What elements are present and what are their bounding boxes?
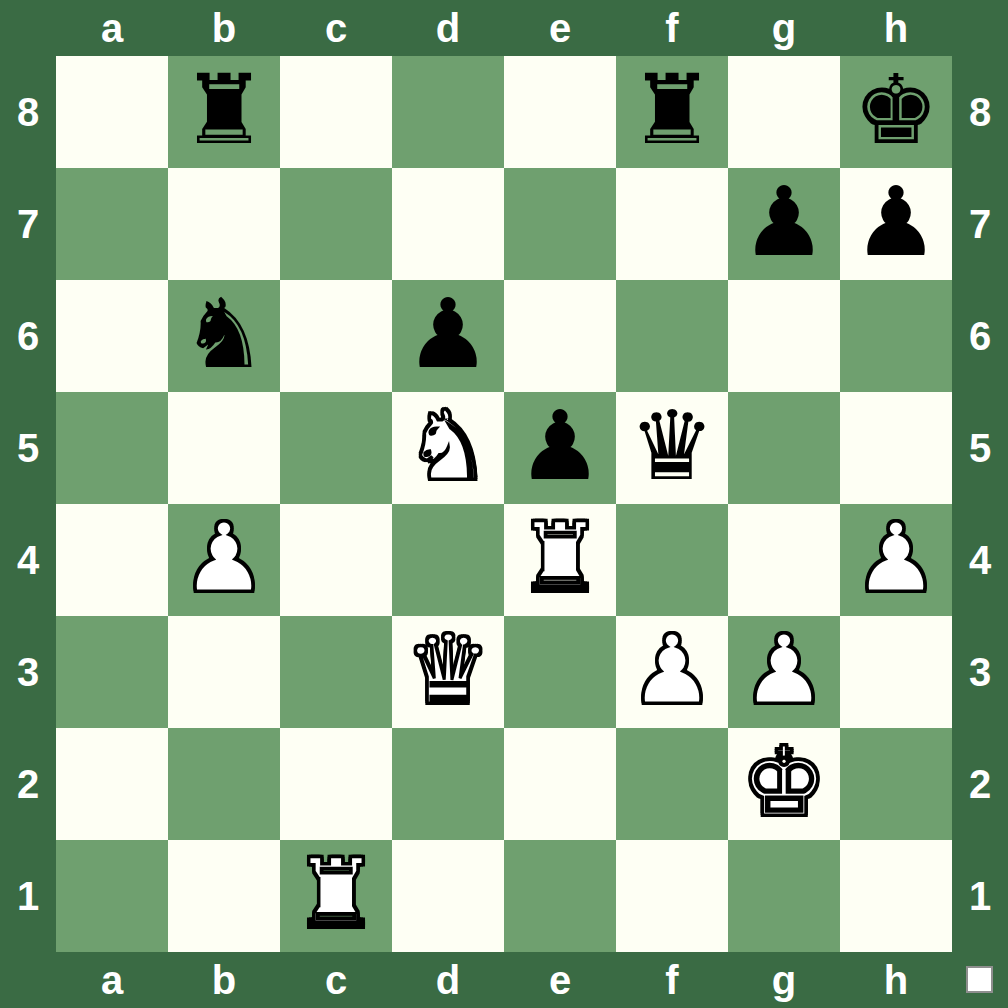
piece-white-rook[interactable]: ♜ [517,510,603,606]
rank-label-3: 3 [0,616,56,728]
square-d2[interactable] [392,728,504,840]
file-label-h: h [840,0,952,56]
piece-white-pawn[interactable]: ♟ [853,510,939,606]
square-h6[interactable] [840,280,952,392]
square-h8[interactable]: ♚ [840,56,952,168]
square-b2[interactable] [168,728,280,840]
file-label-f: f [616,952,728,1008]
square-g2[interactable]: ♚ [728,728,840,840]
side-to-move-indicator [966,966,993,993]
rank-label-5: 5 [0,392,56,504]
square-e8[interactable] [504,56,616,168]
square-d1[interactable] [392,840,504,952]
square-h2[interactable] [840,728,952,840]
square-a2[interactable] [56,728,168,840]
square-h4[interactable]: ♟ [840,504,952,616]
piece-black-pawn[interactable]: ♟ [853,174,939,270]
rank-label-4: 4 [952,504,1008,616]
square-a8[interactable] [56,56,168,168]
square-a5[interactable] [56,392,168,504]
square-a4[interactable] [56,504,168,616]
rank-label-8: 8 [952,56,1008,168]
piece-white-pawn[interactable]: ♟ [629,622,715,718]
square-b5[interactable] [168,392,280,504]
square-e5[interactable]: ♟ [504,392,616,504]
square-f7[interactable] [616,168,728,280]
square-g5[interactable] [728,392,840,504]
square-b1[interactable] [168,840,280,952]
file-label-a: a [56,952,168,1008]
square-e6[interactable] [504,280,616,392]
file-label-e: e [504,952,616,1008]
square-g6[interactable] [728,280,840,392]
square-c6[interactable] [280,280,392,392]
file-label-a: a [56,0,168,56]
square-a3[interactable] [56,616,168,728]
file-label-g: g [728,0,840,56]
rank-label-6: 6 [0,280,56,392]
square-f3[interactable]: ♟ [616,616,728,728]
square-d4[interactable] [392,504,504,616]
rank-label-1: 1 [952,840,1008,952]
square-f5[interactable]: ♛ [616,392,728,504]
piece-black-pawn[interactable]: ♟ [405,286,491,382]
piece-white-queen[interactable]: ♛ [405,622,491,718]
square-h7[interactable]: ♟ [840,168,952,280]
file-label-f: f [616,0,728,56]
square-h1[interactable] [840,840,952,952]
piece-white-pawn[interactable]: ♟ [741,622,827,718]
rank-label-2: 2 [0,728,56,840]
square-e2[interactable] [504,728,616,840]
square-f1[interactable] [616,840,728,952]
rank-label-8: 8 [0,56,56,168]
piece-white-rook[interactable]: ♜ [293,846,379,942]
square-e3[interactable] [504,616,616,728]
file-label-c: c [280,952,392,1008]
square-b8[interactable]: ♜ [168,56,280,168]
rank-labels-left: 87654321 [0,56,56,952]
file-labels-bottom: abcdefgh [56,952,952,1008]
piece-black-queen[interactable]: ♛ [629,398,715,494]
square-c8[interactable] [280,56,392,168]
square-c4[interactable] [280,504,392,616]
square-e1[interactable] [504,840,616,952]
square-f4[interactable] [616,504,728,616]
file-label-d: d [392,0,504,56]
chess-board-frame: abcdefgh abcdefgh 87654321 87654321 ♜♜♚♟… [0,0,1008,1008]
square-b3[interactable] [168,616,280,728]
square-f6[interactable] [616,280,728,392]
square-a1[interactable] [56,840,168,952]
square-g8[interactable] [728,56,840,168]
square-c5[interactable] [280,392,392,504]
piece-black-pawn[interactable]: ♟ [517,398,603,494]
file-label-b: b [168,952,280,1008]
file-label-d: d [392,952,504,1008]
square-a7[interactable] [56,168,168,280]
square-c1[interactable]: ♜ [280,840,392,952]
square-f2[interactable] [616,728,728,840]
piece-black-rook[interactable]: ♜ [181,62,267,158]
square-c3[interactable] [280,616,392,728]
file-label-c: c [280,0,392,56]
square-e4[interactable]: ♜ [504,504,616,616]
square-g1[interactable] [728,840,840,952]
rank-label-2: 2 [952,728,1008,840]
piece-black-knight[interactable]: ♞ [181,286,267,382]
square-h3[interactable] [840,616,952,728]
file-labels-top: abcdefgh [56,0,952,56]
file-label-e: e [504,0,616,56]
square-b4[interactable]: ♟ [168,504,280,616]
piece-black-king[interactable]: ♚ [853,62,939,158]
square-g3[interactable]: ♟ [728,616,840,728]
piece-white-pawn[interactable]: ♟ [181,510,267,606]
square-b6[interactable]: ♞ [168,280,280,392]
square-c7[interactable] [280,168,392,280]
square-h5[interactable] [840,392,952,504]
square-d5[interactable]: ♞ [392,392,504,504]
rank-label-5: 5 [952,392,1008,504]
rank-label-7: 7 [0,168,56,280]
square-a6[interactable] [56,280,168,392]
square-e7[interactable] [504,168,616,280]
rank-label-1: 1 [0,840,56,952]
square-f8[interactable]: ♜ [616,56,728,168]
square-b7[interactable] [168,168,280,280]
square-d7[interactable] [392,168,504,280]
square-d8[interactable] [392,56,504,168]
chess-board: ♜♜♚♟♟♞♟♞♟♛♟♜♟♛♟♟♚♜ [56,56,952,952]
rank-labels-right: 87654321 [952,56,1008,952]
file-label-b: b [168,0,280,56]
piece-white-king[interactable]: ♚ [741,734,827,830]
file-label-g: g [728,952,840,1008]
file-label-h: h [840,952,952,1008]
rank-label-3: 3 [952,616,1008,728]
square-g7[interactable]: ♟ [728,168,840,280]
rank-label-6: 6 [952,280,1008,392]
piece-black-pawn[interactable]: ♟ [741,174,827,270]
square-c2[interactable] [280,728,392,840]
rank-label-7: 7 [952,168,1008,280]
piece-black-rook[interactable]: ♜ [629,62,715,158]
piece-white-knight[interactable]: ♞ [405,398,491,494]
square-d3[interactable]: ♛ [392,616,504,728]
square-d6[interactable]: ♟ [392,280,504,392]
rank-label-4: 4 [0,504,56,616]
square-g4[interactable] [728,504,840,616]
